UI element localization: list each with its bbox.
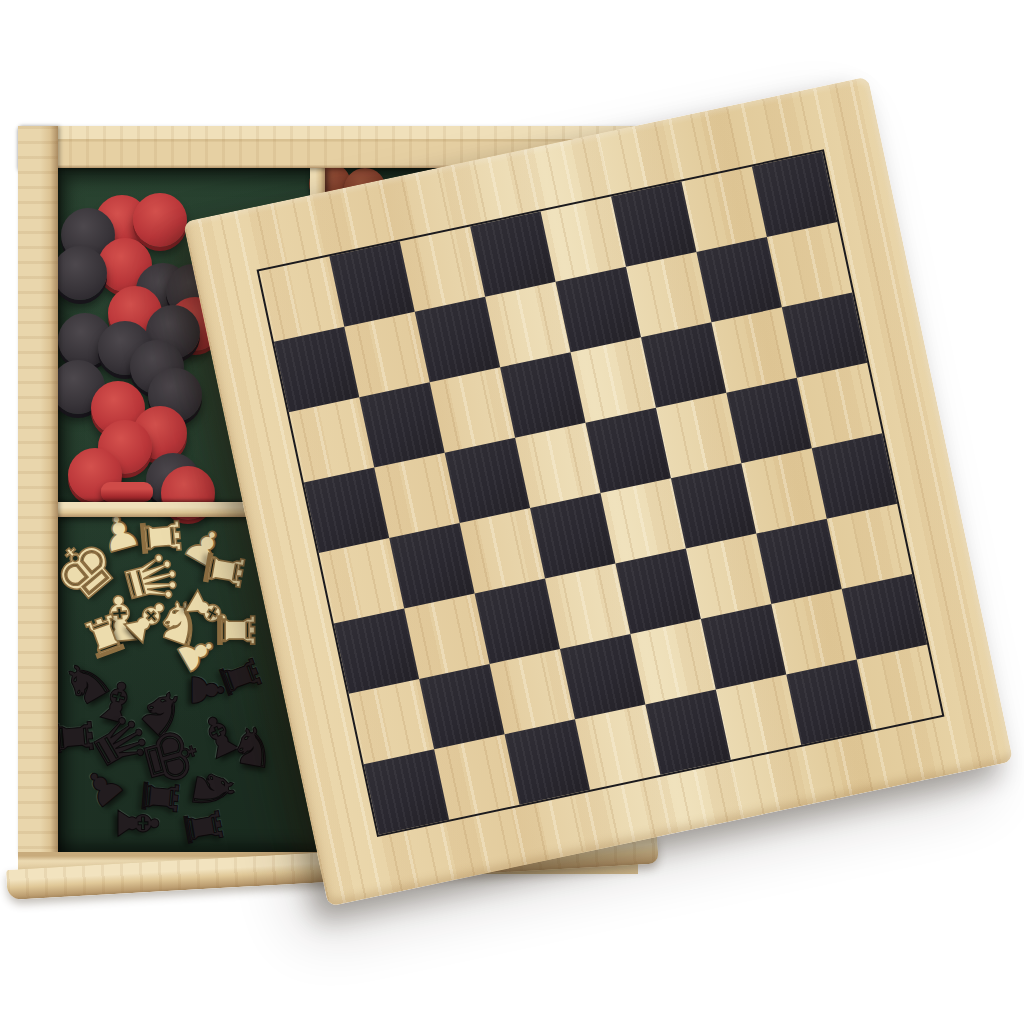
red-checker-on-edge [101, 482, 153, 502]
cell-h1 [857, 645, 942, 730]
dark-chess-knight: ♞ [226, 717, 281, 776]
cream-chess-rook: ♜ [210, 608, 260, 653]
box-left-rail [18, 126, 58, 856]
checkerboard-lid [183, 76, 1013, 906]
dark-chess-rook: ♜ [176, 802, 231, 853]
product-photo-scene: ♚♟♜♟♜♛♝♜♝♞♝♟♜♞♝♞♟♜♜♛♚♝♞♟♜♞♝♜ [0, 0, 1024, 1024]
red-checker [133, 193, 187, 247]
chess-checkers-board [257, 149, 945, 837]
black-checker [53, 246, 107, 300]
dark-chess-bishop: ♝ [109, 798, 165, 848]
